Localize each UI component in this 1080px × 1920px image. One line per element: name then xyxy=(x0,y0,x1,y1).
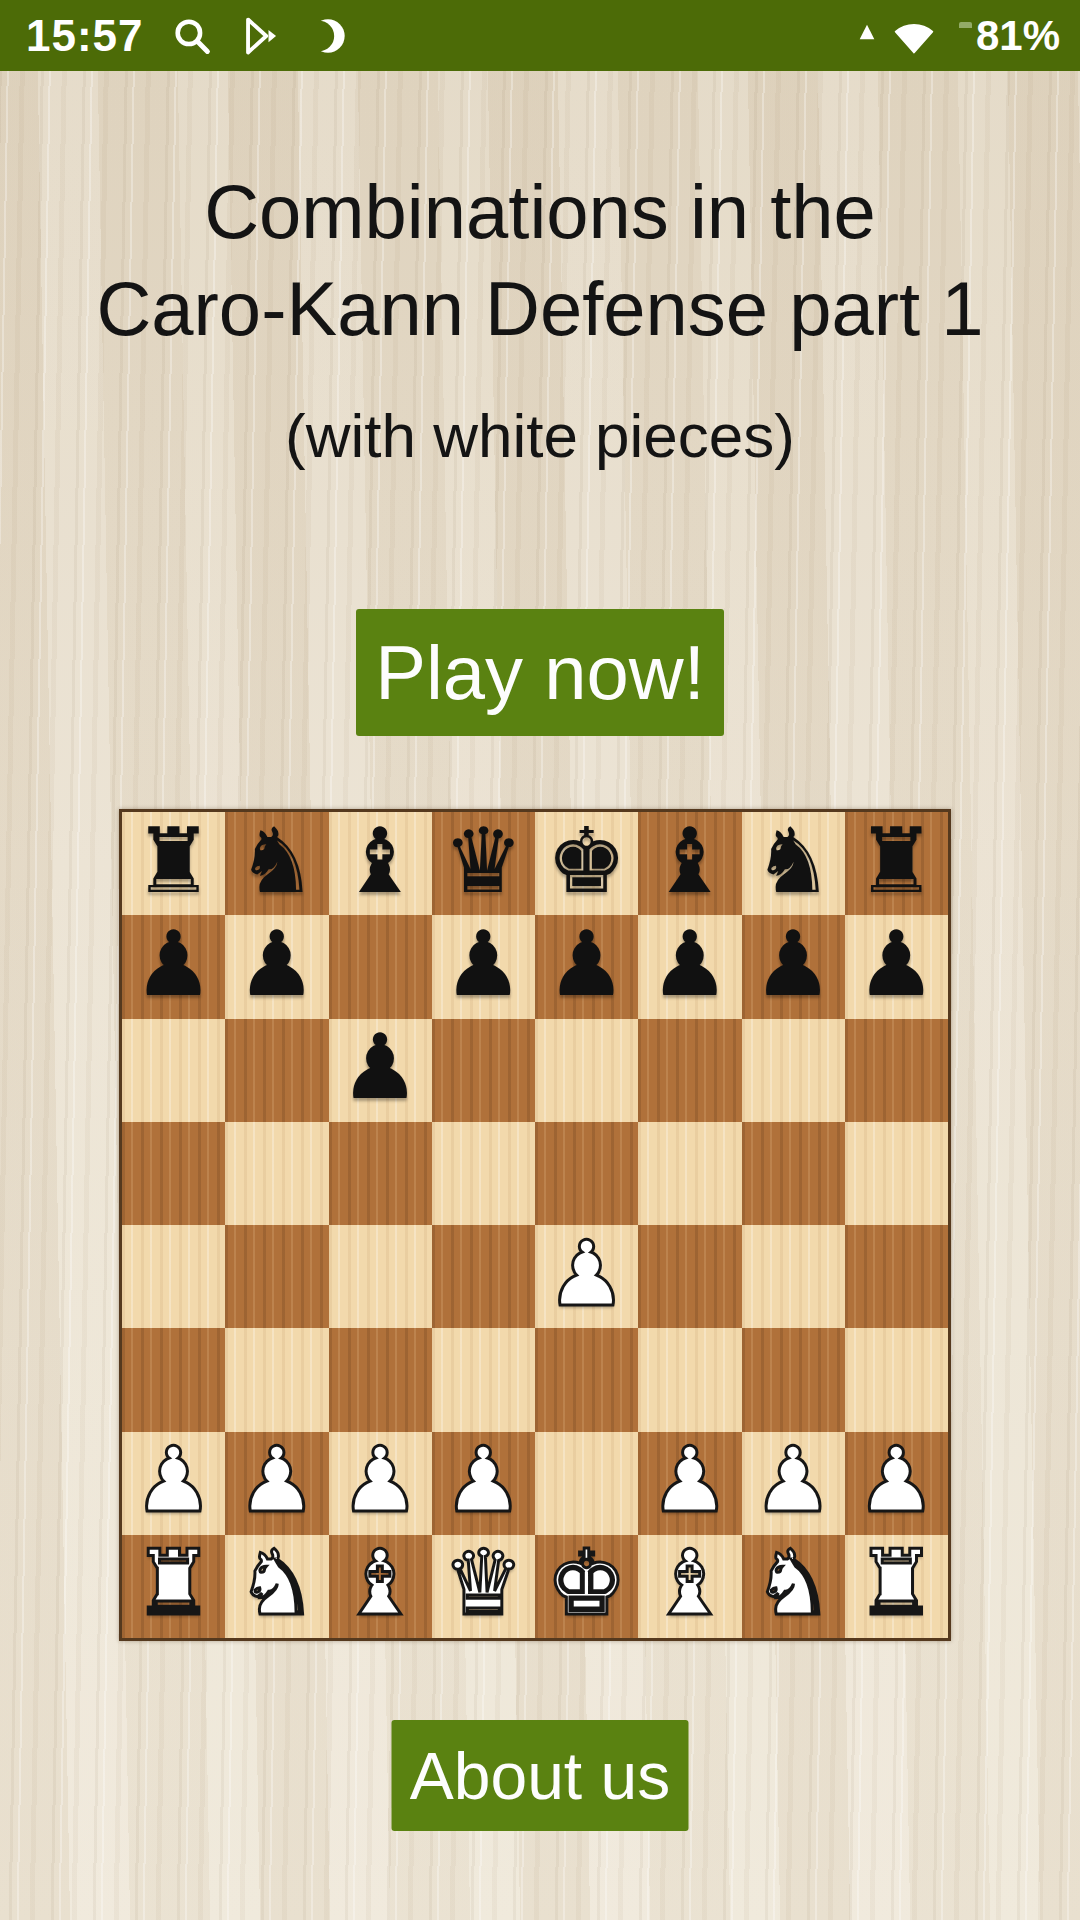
page-title-line2: Caro-Kann Defense part 1 xyxy=(0,260,1080,357)
piece-white-pawn: ♟ xyxy=(650,1435,731,1525)
square-f3 xyxy=(638,1328,741,1431)
square-d4 xyxy=(432,1225,535,1328)
wifi-icon xyxy=(890,14,938,58)
piece-white-pawn: ♟ xyxy=(133,1435,214,1525)
square-f6 xyxy=(638,1019,741,1122)
piece-white-knight: ♞ xyxy=(753,1538,834,1628)
square-a3 xyxy=(122,1328,225,1431)
square-a1: ♜ xyxy=(122,1535,225,1638)
clock: 15:57 xyxy=(26,11,144,61)
square-d2: ♟ xyxy=(432,1432,535,1535)
square-g5 xyxy=(742,1122,845,1225)
square-a8: ♜ xyxy=(122,812,225,915)
square-d1: ♛ xyxy=(432,1535,535,1638)
square-g7: ♟ xyxy=(742,915,845,1018)
square-g3 xyxy=(742,1328,845,1431)
square-g8: ♞ xyxy=(742,812,845,915)
search-icon xyxy=(170,14,214,58)
square-f7: ♟ xyxy=(638,915,741,1018)
square-h8: ♜ xyxy=(845,812,948,915)
square-c4 xyxy=(329,1225,432,1328)
battery-percent: 81% xyxy=(976,12,1060,60)
square-b8: ♞ xyxy=(225,812,328,915)
square-h6 xyxy=(845,1019,948,1122)
square-a6 xyxy=(122,1019,225,1122)
square-f2: ♟ xyxy=(638,1432,741,1535)
piece-black-pawn: ♟ xyxy=(340,1022,421,1112)
square-d8: ♛ xyxy=(432,812,535,915)
network-triangle-icon xyxy=(856,21,878,43)
piece-black-bishop: ♝ xyxy=(650,816,731,906)
square-c2: ♟ xyxy=(329,1432,432,1535)
square-f5 xyxy=(638,1122,741,1225)
square-h4 xyxy=(845,1225,948,1328)
piece-black-pawn: ♟ xyxy=(650,919,731,1009)
piece-white-rook: ♜ xyxy=(133,1538,214,1628)
square-g1: ♞ xyxy=(742,1535,845,1638)
square-g6 xyxy=(742,1019,845,1122)
piece-white-pawn: ♟ xyxy=(753,1435,834,1525)
square-a2: ♟ xyxy=(122,1432,225,1535)
piece-white-pawn: ♟ xyxy=(546,1229,627,1319)
square-c6: ♟ xyxy=(329,1019,432,1122)
page-title: Combinations in the Caro-Kann Defense pa… xyxy=(0,163,1080,357)
square-c3 xyxy=(329,1328,432,1431)
status-bar-left: 15:57 xyxy=(0,11,348,61)
piece-white-pawn: ♟ xyxy=(443,1435,524,1525)
square-e2 xyxy=(535,1432,638,1535)
page-title-line1: Combinations in the xyxy=(0,163,1080,260)
piece-black-bishop: ♝ xyxy=(340,816,421,906)
square-c8: ♝ xyxy=(329,812,432,915)
square-b7: ♟ xyxy=(225,915,328,1018)
square-e7: ♟ xyxy=(535,915,638,1018)
square-e6 xyxy=(535,1019,638,1122)
square-b6 xyxy=(225,1019,328,1122)
chess-board: ♜♞♝♛♚♝♞♜♟♟♟♟♟♟♟♟♟♟♟♟♟♟♟♟♜♞♝♛♚♝♞♜ xyxy=(119,809,951,1641)
piece-black-pawn: ♟ xyxy=(856,919,937,1009)
google-play-icon xyxy=(240,15,282,57)
piece-black-pawn: ♟ xyxy=(753,919,834,1009)
square-f8: ♝ xyxy=(638,812,741,915)
square-e3 xyxy=(535,1328,638,1431)
square-e5 xyxy=(535,1122,638,1225)
play-now-button[interactable]: Play now! xyxy=(356,609,724,736)
piece-black-rook: ♜ xyxy=(133,816,214,906)
piece-white-queen: ♛ xyxy=(443,1538,524,1628)
piece-black-pawn: ♟ xyxy=(133,919,214,1009)
piece-black-pawn: ♟ xyxy=(237,919,318,1009)
square-g2: ♟ xyxy=(742,1432,845,1535)
piece-white-pawn: ♟ xyxy=(237,1435,318,1525)
square-h2: ♟ xyxy=(845,1432,948,1535)
piece-white-bishop: ♝ xyxy=(340,1538,421,1628)
square-d7: ♟ xyxy=(432,915,535,1018)
piece-black-queen: ♛ xyxy=(443,816,524,906)
square-h3 xyxy=(845,1328,948,1431)
piece-white-pawn: ♟ xyxy=(856,1435,937,1525)
piece-black-pawn: ♟ xyxy=(546,919,627,1009)
night-mode-icon xyxy=(308,16,348,56)
square-c5 xyxy=(329,1122,432,1225)
square-e4: ♟ xyxy=(535,1225,638,1328)
square-b5 xyxy=(225,1122,328,1225)
square-b4 xyxy=(225,1225,328,1328)
about-us-button[interactable]: About us xyxy=(392,1720,689,1831)
status-bar: 15:57 xyxy=(0,0,1080,71)
piece-white-pawn: ♟ xyxy=(340,1435,421,1525)
square-f1: ♝ xyxy=(638,1535,741,1638)
piece-black-king: ♚ xyxy=(546,816,627,906)
status-bar-right: 81% xyxy=(844,12,1080,60)
piece-white-knight: ♞ xyxy=(237,1538,318,1628)
square-h1: ♜ xyxy=(845,1535,948,1638)
square-b2: ♟ xyxy=(225,1432,328,1535)
piece-black-pawn: ♟ xyxy=(443,919,524,1009)
square-d5 xyxy=(432,1122,535,1225)
piece-white-rook: ♜ xyxy=(856,1538,937,1628)
square-g4 xyxy=(742,1225,845,1328)
square-a4 xyxy=(122,1225,225,1328)
piece-black-knight: ♞ xyxy=(753,816,834,906)
piece-white-bishop: ♝ xyxy=(650,1538,731,1628)
page-subtitle: (with white pieces) xyxy=(0,396,1080,476)
square-e8: ♚ xyxy=(535,812,638,915)
piece-white-king: ♚ xyxy=(546,1538,627,1628)
square-d3 xyxy=(432,1328,535,1431)
square-a5 xyxy=(122,1122,225,1225)
piece-black-knight: ♞ xyxy=(237,816,318,906)
square-a7: ♟ xyxy=(122,915,225,1018)
square-c7 xyxy=(329,915,432,1018)
square-d6 xyxy=(432,1019,535,1122)
battery-icon xyxy=(952,27,966,45)
square-h5 xyxy=(845,1122,948,1225)
square-f4 xyxy=(638,1225,741,1328)
square-b1: ♞ xyxy=(225,1535,328,1638)
square-e1: ♚ xyxy=(535,1535,638,1638)
square-h7: ♟ xyxy=(845,915,948,1018)
square-c1: ♝ xyxy=(329,1535,432,1638)
piece-black-rook: ♜ xyxy=(856,816,937,906)
square-b3 xyxy=(225,1328,328,1431)
